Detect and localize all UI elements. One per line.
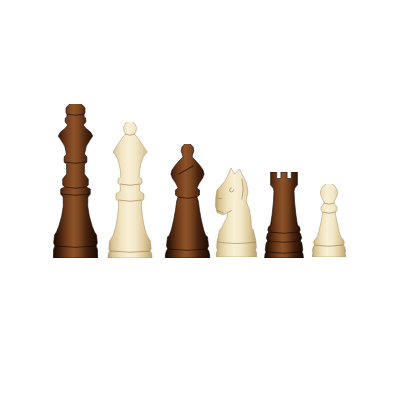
- chess-piece-rook: [264, 172, 304, 258]
- rook-silhouette: [265, 172, 304, 258]
- pawn-piece-graphic: [312, 184, 346, 257]
- bishop-piece-graphic: [164, 144, 211, 258]
- chess-piece-king: [53, 104, 98, 258]
- chess-piece-queen: [107, 122, 153, 258]
- chess-piece-pawn: [312, 184, 346, 257]
- king-piece-graphic: [53, 104, 98, 258]
- queen-piece-graphic: [107, 122, 153, 258]
- chess-piece-knight: [214, 166, 259, 257]
- rook-piece-graphic: [264, 172, 304, 258]
- queen-silhouette: [108, 122, 152, 258]
- chess-piece-bishop: [164, 144, 211, 258]
- bishop-silhouette: [165, 144, 209, 258]
- knight-piece-graphic: [214, 166, 259, 257]
- product-photo-stage: [0, 0, 400, 400]
- king-silhouette: [53, 104, 98, 258]
